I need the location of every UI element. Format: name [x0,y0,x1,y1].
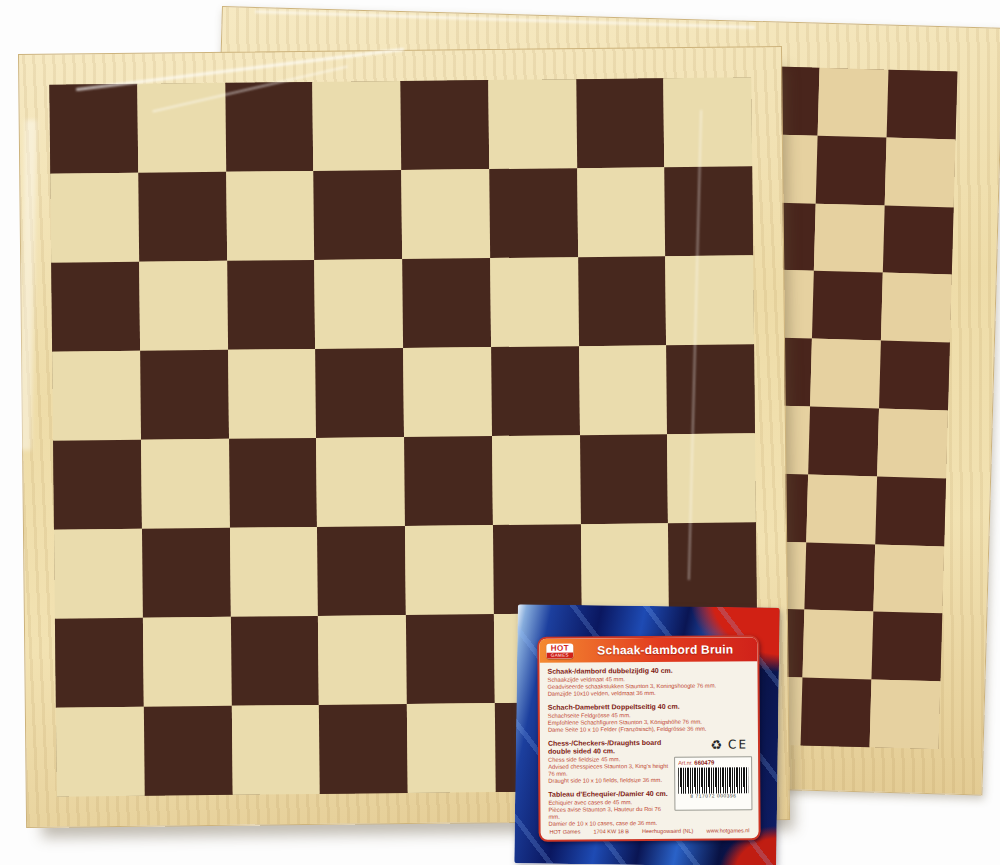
label-section-dutch: Schaak-/dambord dubbelzijdig 40 cm. Scha… [547,666,749,697]
board-square [875,476,946,546]
section-line: Damzijde 10x10 velden, veldmaat 36 mm. [548,689,750,697]
board-square [869,680,940,750]
section-line: Advised chesspieces Staunton 3, King's h… [548,763,672,778]
barcode-digits: 8 717072 000396 [678,793,748,799]
board-square [884,137,955,207]
board-square [228,349,317,439]
board-square [404,436,493,526]
board-square [666,344,755,434]
board-square [227,260,316,350]
board-square [580,434,669,524]
board-square [664,166,753,256]
board-square [226,171,315,261]
board-square [579,345,668,435]
board-square [313,81,402,171]
product-label: HOT GAMES Schaak-dambord Bruin Schaak-/d… [537,635,760,842]
board-square [580,523,669,613]
board-square [813,203,884,273]
article-number-box: Art.nr. 660479 8 717072 000396 [674,756,752,811]
section-line: Dame Seite 10 x 10 Felder (Französisch),… [548,725,750,733]
section-heading: Tableau d'Echequier-/Damier 40 cm. [548,790,672,799]
board-square [668,522,757,612]
board-square [140,350,229,440]
board-square [55,618,144,708]
board-square [808,407,879,477]
board-square [231,705,320,795]
board-square [489,168,578,258]
board-square [879,341,950,411]
board-square [873,544,944,614]
board-square [52,351,141,441]
board-square [493,524,582,614]
barcode [678,767,748,793]
board-square [316,437,405,527]
article-number-value: 660479 [694,760,714,766]
board-square [138,172,227,262]
board-square [488,79,577,169]
board-square [407,703,496,793]
board-square [142,528,231,618]
board-square [406,614,495,704]
ce-mark-icon: CE [728,737,748,751]
board-square [49,84,138,174]
board-square [883,205,954,275]
board-square [50,173,139,263]
board-square [313,170,402,260]
board-square [877,408,948,478]
board-square [665,255,754,345]
board-square [667,433,756,523]
board-square [817,68,888,138]
board-square [137,83,226,173]
product-photo: HOT GAMES Schaak-dambord Bruin Schaak-/d… [0,0,1000,865]
board-square [143,617,232,707]
board-square [881,273,952,343]
board-square [491,346,580,436]
certification-marks: ♻ CE [710,737,748,751]
board-square [578,256,667,346]
board-square [319,704,408,794]
board-square [317,526,406,616]
section-line: Pièces avise Staunton 3, Hauteur du Roi … [548,806,672,821]
label-header: HOT GAMES Schaak-dambord Bruin [539,637,757,663]
logo-text-hot: HOT [546,643,573,652]
board-square [401,169,490,259]
board-square [403,347,492,437]
board-square [492,435,581,525]
board-square [806,474,877,544]
label-title: Schaak-dambord Bruin [580,642,750,657]
board-square [402,258,491,348]
footer-city: Heerhugowaard (NL) [642,828,693,834]
board-square [400,80,489,170]
board-square [490,257,579,347]
board-square [229,527,318,617]
board-square [56,707,145,797]
label-section-german: Schach-Damebrett Doppeltseitig 40 cm. Sc… [548,702,750,733]
board-square [812,271,883,341]
section-heading: Schach-Damebrett Doppeltseitig 40 cm. [548,702,750,711]
footer-postcode: 1704 KW 18 B [593,828,629,834]
section-line: Damier de 10 x 10 cases, case de 36 mm. [549,820,673,828]
board-square [314,259,403,349]
board-square [230,616,319,706]
board-square [804,542,875,612]
board-square [141,439,230,529]
label-footer: HOT Games 1704 KW 18 B Heerhugowaard (NL… [550,827,750,834]
board-square [815,135,886,205]
board-square [139,261,228,351]
board-square [144,706,233,796]
board-square [576,78,665,168]
article-number-label: Art.nr. [678,760,693,766]
board-square [54,529,143,619]
board-square [315,348,404,438]
recycle-icon: ♻ [710,738,722,751]
board-square [229,438,318,528]
board-square [53,440,142,530]
board-square [810,339,881,409]
footer-company: HOT Games [550,829,581,835]
board-square [871,612,942,682]
board-square [800,678,871,748]
article-number: Art.nr. 660479 [678,759,748,766]
hot-games-logo: HOT GAMES [546,643,573,658]
section-heading: Chess-/Checkers-/Draughts board double s… [548,739,672,756]
section-heading: Schaak-/dambord dubbelzijdig 40 cm. [547,666,749,675]
footer-website: www.hotgames.nl [706,827,749,833]
board-square [886,70,957,140]
board-square [318,615,407,705]
board-square [405,525,494,615]
board-square [225,82,314,172]
board-square [51,262,140,352]
board-square [577,167,666,257]
label-packet: HOT GAMES Schaak-dambord Bruin Schaak-/d… [514,604,780,865]
logo-text-games: GAMES [546,652,573,658]
board-square [664,77,753,167]
section-line: Draught side 10 x 10 fields, fieldsize 3… [548,777,672,785]
board-square [802,610,873,680]
